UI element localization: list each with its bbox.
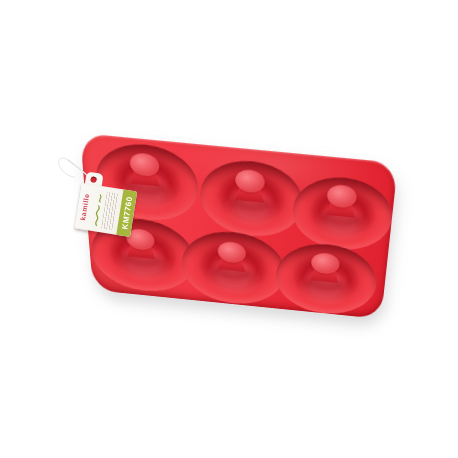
tag-string — [0, 0, 458, 458]
tag-body: kamille KM7760 — [75, 183, 138, 237]
tag-hole — [90, 176, 97, 183]
product-photo-scene: kamille KM7760 — [0, 0, 458, 458]
tag-color-strip: KM7760 — [116, 189, 137, 237]
tag-sku-text: KM7760 — [120, 196, 134, 230]
price-tag: kamille KM7760 — [74, 170, 153, 242]
